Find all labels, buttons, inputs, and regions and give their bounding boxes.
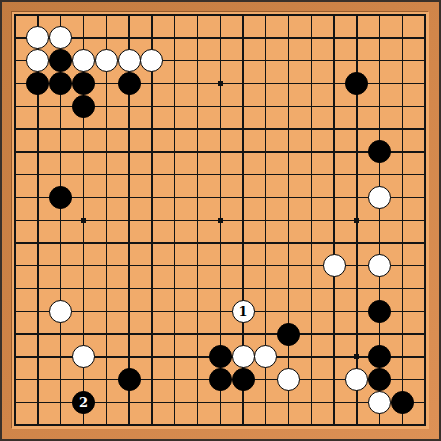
star-point [354, 218, 359, 223]
stone-black [232, 368, 255, 391]
grid-line-vertical [402, 14, 403, 426]
move-number-label: 1 [238, 305, 247, 318]
stone-white [72, 345, 95, 368]
stone-black: 2 [72, 391, 95, 414]
stone-white [49, 26, 72, 49]
stone-black [72, 95, 95, 118]
stone-black [118, 72, 141, 95]
stone-white [277, 368, 300, 391]
stone-white: 1 [232, 300, 255, 323]
stone-white [140, 49, 163, 72]
grid-line-horizontal [14, 333, 426, 334]
stone-white [232, 345, 255, 368]
grid-line-horizontal [14, 242, 426, 243]
stone-black [49, 49, 72, 72]
stone-white [49, 300, 72, 323]
stone-white [118, 49, 141, 72]
star-point [218, 81, 223, 86]
star-point [354, 354, 359, 359]
stone-white [368, 254, 391, 277]
star-point [218, 218, 223, 223]
stone-black [368, 345, 391, 368]
stone-white [323, 254, 346, 277]
stone-black [209, 345, 232, 368]
grid-line-vertical [288, 14, 289, 426]
stone-black [368, 140, 391, 163]
move-number-label: 2 [79, 396, 88, 409]
stone-black [118, 368, 141, 391]
grid-line-horizontal [14, 288, 426, 289]
go-board[interactable]: 12 [12, 12, 429, 429]
stone-black [345, 72, 368, 95]
go-board-diagram: 12 [0, 0, 441, 441]
star-point [81, 218, 86, 223]
grid-line-horizontal [14, 311, 426, 312]
stone-black [209, 368, 232, 391]
grid-line-vertical [333, 14, 334, 426]
stone-white [345, 368, 368, 391]
grid-line-vertical [311, 14, 312, 426]
stone-white [254, 345, 277, 368]
stone-black [49, 186, 72, 209]
stone-black [26, 72, 49, 95]
grid-line-horizontal [14, 424, 426, 426]
stone-white [26, 49, 49, 72]
grid-line-vertical [424, 14, 426, 426]
stone-black [277, 323, 300, 346]
grid-line-horizontal [14, 265, 426, 266]
stone-white [95, 49, 118, 72]
stone-white [26, 26, 49, 49]
stone-black [49, 72, 72, 95]
stone-black [72, 72, 95, 95]
stone-white [368, 186, 391, 209]
stone-white [72, 49, 95, 72]
stone-black [368, 368, 391, 391]
stone-black [391, 391, 414, 414]
stone-black [368, 300, 391, 323]
stone-white [368, 391, 391, 414]
